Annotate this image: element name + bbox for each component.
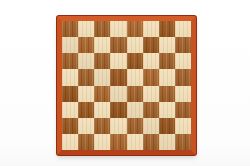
square-r5c5 [127,86,143,102]
square-r5c1 [62,86,78,102]
square-r7c2 [78,118,94,134]
square-r3c1 [62,53,78,69]
square-r2c7 [159,37,175,53]
square-r1c8 [175,21,191,37]
board-grid [62,21,191,150]
square-r6c1 [62,102,78,118]
square-r1c3 [94,21,110,37]
square-r2c1 [62,37,78,53]
square-r3c2 [78,53,94,69]
square-r6c5 [127,102,143,118]
square-r7c7 [159,118,175,134]
square-r5c2 [78,86,94,102]
square-r2c4 [110,37,126,53]
square-r1c5 [127,21,143,37]
square-r6c4 [110,102,126,118]
square-r8c2 [78,134,94,150]
board-photo [0,0,250,166]
square-r3c5 [127,53,143,69]
square-r1c1 [62,21,78,37]
square-r4c8 [175,69,191,85]
square-r3c7 [159,53,175,69]
square-r8c1 [62,134,78,150]
square-r6c8 [175,102,191,118]
square-r8c4 [110,134,126,150]
square-r8c3 [94,134,110,150]
square-r4c2 [78,69,94,85]
square-r1c6 [143,21,159,37]
square-r1c2 [78,21,94,37]
square-r3c8 [175,53,191,69]
square-r7c3 [94,118,110,134]
square-r4c1 [62,69,78,85]
square-r2c3 [94,37,110,53]
square-r6c2 [78,102,94,118]
square-r8c5 [127,134,143,150]
square-r5c7 [159,86,175,102]
square-r5c6 [143,86,159,102]
square-r7c6 [143,118,159,134]
square-r7c8 [175,118,191,134]
square-r6c6 [143,102,159,118]
square-r7c1 [62,118,78,134]
square-r4c4 [110,69,126,85]
chessboard-frame [57,16,196,155]
square-r6c7 [159,102,175,118]
square-r2c8 [175,37,191,53]
square-r8c8 [175,134,191,150]
square-r4c7 [159,69,175,85]
square-r1c7 [159,21,175,37]
square-r2c2 [78,37,94,53]
square-r5c8 [175,86,191,102]
square-r7c5 [127,118,143,134]
square-r1c4 [110,21,126,37]
square-r3c3 [94,53,110,69]
square-r2c6 [143,37,159,53]
square-r3c6 [143,53,159,69]
square-r4c6 [143,69,159,85]
square-r8c7 [159,134,175,150]
square-r6c3 [94,102,110,118]
square-r2c5 [127,37,143,53]
square-r4c5 [127,69,143,85]
square-r5c4 [110,86,126,102]
square-r3c4 [110,53,126,69]
square-r5c3 [94,86,110,102]
square-r4c3 [94,69,110,85]
square-r7c4 [110,118,126,134]
square-r8c6 [143,134,159,150]
